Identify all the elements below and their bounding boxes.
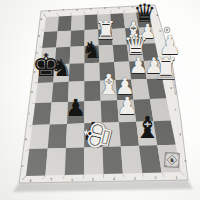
coord-bottom: 2 xyxy=(155,176,157,180)
coord-left: h xyxy=(22,164,24,168)
coord-right: e xyxy=(170,86,172,90)
chessboard-photo: 88aa77bb66cc55dd44ee33ff22gg11hhCHESSHOU… xyxy=(0,0,200,200)
coord-right: h xyxy=(184,159,186,163)
chess-board: 88aa77bb66cc55dd44ee33ff22gg11hhCHESSHOU… xyxy=(0,0,200,200)
coord-bottom: 1 xyxy=(175,176,177,180)
coord-right: b xyxy=(159,29,161,33)
coord-right: d xyxy=(166,65,168,69)
knight-emblem-icon: ♞ xyxy=(165,153,180,168)
coord-left: g xyxy=(25,137,27,141)
coord-bottom: 4 xyxy=(113,177,115,181)
coord-right: g xyxy=(179,132,181,136)
coord-bottom: 7 xyxy=(50,178,52,182)
coord-bottom: 8 xyxy=(29,179,31,183)
coord-left: b xyxy=(38,34,40,38)
coord-left: e xyxy=(31,90,33,94)
coord-right: a xyxy=(156,13,158,17)
coord-bottom: 6 xyxy=(71,178,73,182)
coord-bottom: 3 xyxy=(134,177,136,181)
roundel-icon xyxy=(164,27,170,33)
coord-left: d xyxy=(34,70,36,74)
svg-text:♞: ♞ xyxy=(169,156,175,163)
coord-bottom: 5 xyxy=(92,178,94,182)
coord-left: a xyxy=(40,17,42,21)
